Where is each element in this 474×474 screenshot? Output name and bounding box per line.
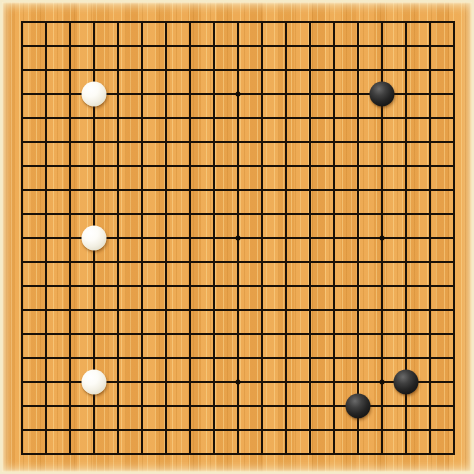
star-point <box>236 236 241 241</box>
star-point <box>236 380 241 385</box>
star-point <box>380 236 385 241</box>
star-point <box>236 92 241 97</box>
grid-line-horizontal <box>21 405 454 406</box>
stone-black-q16 <box>370 82 395 107</box>
stone-black-p3 <box>346 394 371 419</box>
stone-white-d4 <box>82 370 107 395</box>
stone-black-r4 <box>394 370 419 395</box>
grid-line-horizontal <box>21 357 454 358</box>
grid-line-horizontal <box>21 309 454 310</box>
grid-line-horizontal <box>21 453 454 454</box>
grid-line-vertical <box>453 21 454 454</box>
grid-line-vertical <box>429 21 430 454</box>
grid-line-vertical <box>309 21 310 454</box>
stone-white-d10 <box>82 226 107 251</box>
grid-line-vertical <box>285 21 286 454</box>
star-point <box>380 380 385 385</box>
grid-line-vertical <box>261 21 262 454</box>
grid-line-vertical <box>333 21 334 454</box>
grid-line-horizontal <box>21 261 454 262</box>
grid-line-horizontal <box>21 333 454 334</box>
grid-line-horizontal <box>21 285 454 286</box>
grid-line-horizontal <box>21 429 454 430</box>
board-layer <box>0 0 474 474</box>
stone-white-d16 <box>82 82 107 107</box>
grid-line-vertical <box>357 21 358 454</box>
board-frame <box>0 0 474 474</box>
